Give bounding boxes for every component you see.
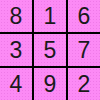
cell-r1c0[interactable]: 3 — [0, 34, 32, 66]
cell-r2c2[interactable]: 2 — [68, 68, 100, 100]
cell-r1c1[interactable]: 5 — [34, 34, 66, 66]
cell-r1c2[interactable]: 7 — [68, 34, 100, 66]
magic-square-board: 8 1 6 3 5 7 4 9 2 — [0, 0, 100, 100]
cell-r0c0[interactable]: 8 — [0, 0, 32, 32]
cell-r2c0[interactable]: 4 — [0, 68, 32, 100]
cell-r2c1[interactable]: 9 — [34, 68, 66, 100]
cell-r0c2[interactable]: 6 — [68, 0, 100, 32]
cell-r0c1[interactable]: 1 — [34, 0, 66, 32]
